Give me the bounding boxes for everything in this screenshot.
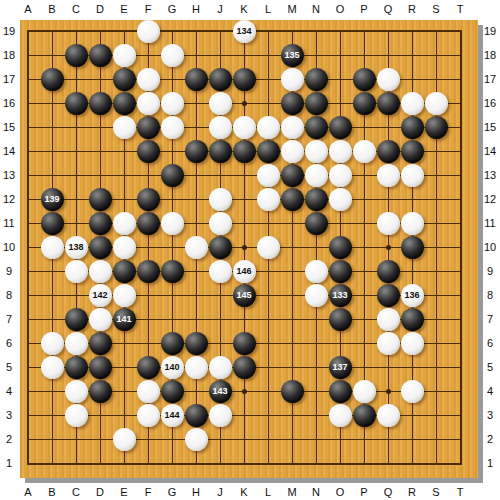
stone-G3: 144 bbox=[161, 404, 184, 427]
column-label: L bbox=[256, 485, 280, 499]
column-label: B bbox=[40, 485, 64, 499]
stone-J16 bbox=[209, 92, 232, 115]
stone-J5 bbox=[209, 356, 232, 379]
stone-F15 bbox=[137, 116, 160, 139]
stone-Q17 bbox=[377, 68, 400, 91]
stone-E2 bbox=[113, 428, 136, 451]
stone-B10 bbox=[41, 236, 64, 259]
stone-Q16 bbox=[377, 92, 400, 115]
stone-C3 bbox=[65, 404, 88, 427]
column-label: A bbox=[16, 485, 40, 499]
stone-S16 bbox=[425, 92, 448, 115]
stone-K5 bbox=[233, 356, 256, 379]
goban[interactable]: 1341351391381461421451331361411401371431… bbox=[20, 20, 478, 478]
stone-M16 bbox=[281, 92, 304, 115]
stone-N12 bbox=[305, 188, 328, 211]
column-label: F bbox=[136, 2, 160, 16]
stone-L14 bbox=[257, 140, 280, 163]
stone-M14 bbox=[281, 140, 304, 163]
stone-C5 bbox=[65, 356, 88, 379]
stone-G9 bbox=[161, 260, 184, 283]
stone-K8: 145 bbox=[233, 284, 256, 307]
stone-F16 bbox=[137, 92, 160, 115]
stone-O5: 137 bbox=[329, 356, 352, 379]
column-label: P bbox=[352, 2, 376, 16]
stone-C6 bbox=[65, 332, 88, 355]
stone-P14 bbox=[353, 140, 376, 163]
stone-H2 bbox=[185, 428, 208, 451]
stone-Q3 bbox=[377, 404, 400, 427]
stone-D16 bbox=[89, 92, 112, 115]
stone-H17 bbox=[185, 68, 208, 91]
stone-E11 bbox=[113, 212, 136, 235]
column-label: H bbox=[184, 485, 208, 499]
move-number: 135 bbox=[281, 44, 304, 67]
stone-O14 bbox=[329, 140, 352, 163]
stone-R11 bbox=[401, 212, 424, 235]
stone-D5 bbox=[89, 356, 112, 379]
column-label: F bbox=[136, 485, 160, 499]
stone-J14 bbox=[209, 140, 232, 163]
stone-F5 bbox=[137, 356, 160, 379]
stone-G13 bbox=[161, 164, 184, 187]
star-point bbox=[242, 245, 247, 250]
stone-D6 bbox=[89, 332, 112, 355]
row-label: 19 bbox=[0, 24, 21, 38]
column-label: P bbox=[352, 485, 376, 499]
stone-B11 bbox=[41, 212, 64, 235]
row-label: 16 bbox=[0, 96, 21, 110]
stone-O4 bbox=[329, 380, 352, 403]
stone-P16 bbox=[353, 92, 376, 115]
stone-E9 bbox=[113, 260, 136, 283]
stone-O9 bbox=[329, 260, 352, 283]
row-label: 4 bbox=[478, 384, 500, 398]
stone-E7: 141 bbox=[113, 308, 136, 331]
stone-Q7 bbox=[377, 308, 400, 331]
stone-J11 bbox=[209, 212, 232, 235]
row-label: 3 bbox=[0, 408, 21, 422]
row-label: 10 bbox=[478, 240, 500, 254]
stone-F17 bbox=[137, 68, 160, 91]
stone-G4 bbox=[161, 380, 184, 403]
move-number: 146 bbox=[233, 260, 256, 283]
stone-O7 bbox=[329, 308, 352, 331]
stone-F4 bbox=[137, 380, 160, 403]
row-label: 9 bbox=[0, 264, 21, 278]
stone-C18 bbox=[65, 44, 88, 67]
stone-E18 bbox=[113, 44, 136, 67]
row-label: 15 bbox=[0, 120, 21, 134]
stone-H3 bbox=[185, 404, 208, 427]
stone-N11 bbox=[305, 212, 328, 235]
stone-F3 bbox=[137, 404, 160, 427]
stone-K9: 146 bbox=[233, 260, 256, 283]
stone-D4 bbox=[89, 380, 112, 403]
row-label: 17 bbox=[0, 72, 21, 86]
column-label: C bbox=[64, 485, 88, 499]
stone-F9 bbox=[137, 260, 160, 283]
stone-B6 bbox=[41, 332, 64, 355]
stone-J15 bbox=[209, 116, 232, 139]
row-label: 16 bbox=[478, 96, 500, 110]
stone-R10 bbox=[401, 236, 424, 259]
stone-Q11 bbox=[377, 212, 400, 235]
stone-F14 bbox=[137, 140, 160, 163]
stone-N14 bbox=[305, 140, 328, 163]
row-label: 6 bbox=[478, 336, 500, 350]
stone-C9 bbox=[65, 260, 88, 283]
move-number: 137 bbox=[329, 356, 352, 379]
stone-C16 bbox=[65, 92, 88, 115]
column-label: M bbox=[280, 2, 304, 16]
move-number: 134 bbox=[233, 20, 256, 43]
stone-D8: 142 bbox=[89, 284, 112, 307]
row-label: 18 bbox=[478, 48, 500, 62]
row-label: 19 bbox=[478, 24, 500, 38]
stone-G6 bbox=[161, 332, 184, 355]
row-label: 13 bbox=[478, 168, 500, 182]
column-label: J bbox=[208, 2, 232, 16]
stone-R13 bbox=[401, 164, 424, 187]
stone-G16 bbox=[161, 92, 184, 115]
stone-K19: 134 bbox=[233, 20, 256, 43]
stone-M15 bbox=[281, 116, 304, 139]
stone-R14 bbox=[401, 140, 424, 163]
row-label: 3 bbox=[478, 408, 500, 422]
stone-N15 bbox=[305, 116, 328, 139]
stone-J4: 143 bbox=[209, 380, 232, 403]
stone-D7 bbox=[89, 308, 112, 331]
stone-B12: 139 bbox=[41, 188, 64, 211]
stone-Q13 bbox=[377, 164, 400, 187]
stone-K17 bbox=[233, 68, 256, 91]
row-label: 9 bbox=[478, 264, 500, 278]
stone-G5: 140 bbox=[161, 356, 184, 379]
column-label: G bbox=[160, 2, 184, 16]
column-label: E bbox=[112, 485, 136, 499]
column-label: C bbox=[64, 2, 88, 16]
column-label: R bbox=[400, 485, 424, 499]
stone-H5 bbox=[185, 356, 208, 379]
star-point bbox=[242, 101, 247, 106]
column-label: Q bbox=[376, 485, 400, 499]
stone-R7 bbox=[401, 308, 424, 331]
row-label: 2 bbox=[0, 432, 21, 446]
stone-J17 bbox=[209, 68, 232, 91]
stone-S15 bbox=[425, 116, 448, 139]
stone-N13 bbox=[305, 164, 328, 187]
stone-C4 bbox=[65, 380, 88, 403]
star-point bbox=[386, 245, 391, 250]
stone-M13 bbox=[281, 164, 304, 187]
stone-M17 bbox=[281, 68, 304, 91]
column-label: A bbox=[16, 2, 40, 16]
column-label: O bbox=[328, 485, 352, 499]
stone-O8: 133 bbox=[329, 284, 352, 307]
move-number: 142 bbox=[89, 284, 112, 307]
stone-D9 bbox=[89, 260, 112, 283]
row-label: 7 bbox=[478, 312, 500, 326]
stone-C10: 138 bbox=[65, 236, 88, 259]
column-label: G bbox=[160, 485, 184, 499]
move-number: 141 bbox=[113, 308, 136, 331]
column-label: D bbox=[88, 485, 112, 499]
stone-R16 bbox=[401, 92, 424, 115]
stone-O15 bbox=[329, 116, 352, 139]
column-label: S bbox=[424, 2, 448, 16]
move-number: 140 bbox=[161, 356, 184, 379]
stone-E15 bbox=[113, 116, 136, 139]
column-label: O bbox=[328, 2, 352, 16]
column-label: E bbox=[112, 2, 136, 16]
row-label: 14 bbox=[0, 144, 21, 158]
stone-R8: 136 bbox=[401, 284, 424, 307]
row-label: 12 bbox=[478, 192, 500, 206]
column-label: L bbox=[256, 2, 280, 16]
stone-Q8 bbox=[377, 284, 400, 307]
stone-K14 bbox=[233, 140, 256, 163]
column-label: D bbox=[88, 2, 112, 16]
row-label: 11 bbox=[0, 216, 21, 230]
row-label: 12 bbox=[0, 192, 21, 206]
column-label: T bbox=[448, 485, 472, 499]
star-point bbox=[386, 389, 391, 394]
stone-D12 bbox=[89, 188, 112, 211]
stone-P4 bbox=[353, 380, 376, 403]
stone-M18: 135 bbox=[281, 44, 304, 67]
row-label: 6 bbox=[0, 336, 21, 350]
stone-M4 bbox=[281, 380, 304, 403]
column-label: M bbox=[280, 485, 304, 499]
column-label: B bbox=[40, 2, 64, 16]
row-label: 15 bbox=[478, 120, 500, 134]
stone-P17 bbox=[353, 68, 376, 91]
stone-E17 bbox=[113, 68, 136, 91]
stone-G15 bbox=[161, 116, 184, 139]
stone-G18 bbox=[161, 44, 184, 67]
stone-Q14 bbox=[377, 140, 400, 163]
stone-E10 bbox=[113, 236, 136, 259]
stone-Q9 bbox=[377, 260, 400, 283]
row-label: 7 bbox=[0, 312, 21, 326]
row-label: 18 bbox=[0, 48, 21, 62]
move-number: 133 bbox=[329, 284, 352, 307]
stone-E16 bbox=[113, 92, 136, 115]
stone-G11 bbox=[161, 212, 184, 235]
column-label: S bbox=[424, 485, 448, 499]
stone-D18 bbox=[89, 44, 112, 67]
stone-L10 bbox=[257, 236, 280, 259]
stone-J10 bbox=[209, 236, 232, 259]
stone-J3 bbox=[209, 404, 232, 427]
stone-N17 bbox=[305, 68, 328, 91]
stone-E8 bbox=[113, 284, 136, 307]
column-label: N bbox=[304, 2, 328, 16]
row-label: 14 bbox=[478, 144, 500, 158]
stone-J12 bbox=[209, 188, 232, 211]
column-label: J bbox=[208, 485, 232, 499]
stone-L15 bbox=[257, 116, 280, 139]
stone-M12 bbox=[281, 188, 304, 211]
stone-F12 bbox=[137, 188, 160, 211]
stone-L12 bbox=[257, 188, 280, 211]
stone-K15 bbox=[233, 116, 256, 139]
stone-N9 bbox=[305, 260, 328, 283]
stone-D10 bbox=[89, 236, 112, 259]
stone-P3 bbox=[353, 404, 376, 427]
stone-F19 bbox=[137, 20, 160, 43]
stone-Q6 bbox=[377, 332, 400, 355]
row-label: 1 bbox=[0, 456, 21, 470]
stone-F11 bbox=[137, 212, 160, 235]
go-game-screen: ABCDEFGHJKLMNOPQRST ABCDEFGHJKLMNOPQRST … bbox=[0, 0, 500, 500]
row-label: 2 bbox=[478, 432, 500, 446]
stone-B17 bbox=[41, 68, 64, 91]
row-label: 8 bbox=[0, 288, 21, 302]
column-label: T bbox=[448, 2, 472, 16]
row-label: 17 bbox=[478, 72, 500, 86]
stone-L13 bbox=[257, 164, 280, 187]
stone-R4 bbox=[401, 380, 424, 403]
stone-O13 bbox=[329, 164, 352, 187]
move-number: 139 bbox=[41, 188, 64, 211]
column-label: H bbox=[184, 2, 208, 16]
move-number: 136 bbox=[401, 284, 424, 307]
stone-O12 bbox=[329, 188, 352, 211]
stone-K6 bbox=[233, 332, 256, 355]
star-point bbox=[242, 389, 247, 394]
stone-R6 bbox=[401, 332, 424, 355]
stone-B5 bbox=[41, 356, 64, 379]
row-label: 11 bbox=[478, 216, 500, 230]
stone-C7 bbox=[65, 308, 88, 331]
column-label: R bbox=[400, 2, 424, 16]
row-label: 5 bbox=[478, 360, 500, 374]
row-label: 4 bbox=[0, 384, 21, 398]
column-label: N bbox=[304, 485, 328, 499]
row-label: 10 bbox=[0, 240, 21, 254]
column-label: K bbox=[232, 485, 256, 499]
row-label: 5 bbox=[0, 360, 21, 374]
stone-H14 bbox=[185, 140, 208, 163]
move-number: 144 bbox=[161, 404, 184, 427]
row-label: 1 bbox=[478, 456, 500, 470]
stone-H6 bbox=[185, 332, 208, 355]
column-label: K bbox=[232, 2, 256, 16]
stone-R15 bbox=[401, 116, 424, 139]
move-number: 138 bbox=[65, 236, 88, 259]
stone-N8 bbox=[305, 284, 328, 307]
stone-J9 bbox=[209, 260, 232, 283]
move-number: 143 bbox=[209, 380, 232, 403]
stone-O3 bbox=[329, 404, 352, 427]
column-label: Q bbox=[376, 2, 400, 16]
row-label: 13 bbox=[0, 168, 21, 182]
move-number: 145 bbox=[233, 284, 256, 307]
stone-O10 bbox=[329, 236, 352, 259]
stone-H10 bbox=[185, 236, 208, 259]
stone-D11 bbox=[89, 212, 112, 235]
row-label: 8 bbox=[478, 288, 500, 302]
stone-N16 bbox=[305, 92, 328, 115]
